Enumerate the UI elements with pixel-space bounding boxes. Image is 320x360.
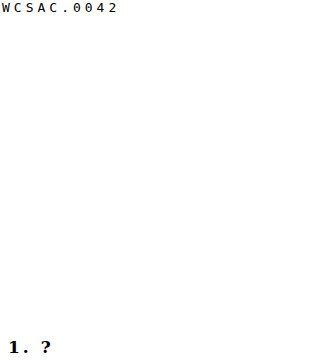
puzzle-id: WCSAC.0042 <box>0 0 320 15</box>
move-bar: 1. ? <box>0 335 320 360</box>
chess-diagram: WCSAC.0042 1. ? <box>0 0 320 360</box>
move-prompt: 1. ? <box>0 335 320 360</box>
title-bar: WCSAC.0042 <box>0 0 320 15</box>
chess-board <box>0 15 320 335</box>
